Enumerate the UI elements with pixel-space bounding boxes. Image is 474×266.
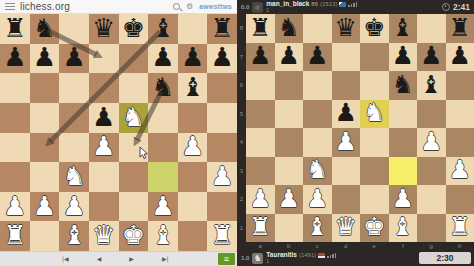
- black-rook-a8: ♜: [249, 15, 271, 42]
- top-player-flag-icon: [339, 2, 346, 7]
- square-f3[interactable]: [389, 157, 418, 186]
- file-label-g: g: [417, 243, 446, 249]
- square-h2[interactable]: [207, 192, 237, 222]
- square-e5[interactable]: ♞: [119, 103, 149, 133]
- square-b4[interactable]: [275, 128, 304, 157]
- square-f4[interactable]: [148, 133, 178, 163]
- black-pawn-c7: ♟: [62, 44, 85, 72]
- top-player-score: 0.0: [241, 4, 249, 10]
- white-rook-h1: ♜: [211, 222, 234, 250]
- black-rook-h8: ♜: [449, 15, 471, 42]
- square-c1[interactable]: ♝: [59, 221, 89, 251]
- square-e2[interactable]: [360, 185, 389, 214]
- rank-label-7: 7: [237, 43, 246, 72]
- square-e3[interactable]: [360, 157, 389, 186]
- square-h3[interactable]: ♟: [446, 157, 474, 186]
- bottom-player-score: 1.0: [241, 255, 249, 261]
- square-f2[interactable]: ♟: [148, 192, 178, 222]
- square-e8[interactable]: ♚: [360, 14, 389, 43]
- black-pawn-b7: ♟: [278, 43, 300, 70]
- bottom-player-clock: 2:30: [419, 252, 471, 264]
- square-c5[interactable]: [59, 103, 89, 133]
- square-h4[interactable]: [446, 128, 474, 157]
- rank-label-4: 4: [237, 128, 246, 157]
- black-pawn-f7: ♟: [392, 43, 414, 70]
- prev-move-button[interactable]: ◀: [97, 256, 102, 262]
- square-f6[interactable]: ♞: [148, 73, 178, 103]
- black-knight-f6: ♞: [151, 74, 174, 102]
- white-pawn-c2: ♟: [306, 186, 328, 213]
- square-d4[interactable]: ♟: [332, 128, 361, 157]
- white-pawn-a2: ♟: [3, 193, 26, 221]
- square-a6[interactable]: [0, 73, 30, 103]
- rank-label-6: 6: [237, 71, 246, 100]
- square-a1[interactable]: ♜: [246, 214, 275, 243]
- square-d5[interactable]: ♟: [89, 103, 119, 133]
- white-bishop-c1: ♝: [306, 214, 328, 241]
- square-h6[interactable]: [207, 73, 237, 103]
- file-label-a: a: [246, 243, 275, 249]
- site-title[interactable]: lichess.org: [20, 1, 70, 12]
- square-c2[interactable]: ♟: [303, 185, 332, 214]
- file-label-b: b: [275, 243, 304, 249]
- square-f2[interactable]: ♟: [389, 185, 418, 214]
- black-rook-h8: ♜: [211, 15, 234, 43]
- square-f5[interactable]: [389, 100, 418, 129]
- square-g6[interactable]: ♝: [178, 73, 208, 103]
- bottom-player-name[interactable]: Tauranitis: [266, 252, 297, 259]
- bottom-player-info: Tauranitis (1491) 1: [266, 252, 336, 265]
- square-b1[interactable]: [30, 221, 60, 251]
- square-b8[interactable]: ♞: [275, 14, 304, 43]
- white-rook-h1: ♜: [449, 214, 471, 241]
- square-g2[interactable]: [178, 192, 208, 222]
- square-b6[interactable]: [30, 73, 60, 103]
- left-chess-board: ♜♞♛♚♝♜♟♟♟♟♟♟♞♝♟♞♟♟♞♟♟♟♟♟♜♝♛♚♝♜: [0, 14, 237, 251]
- bottom-player-subtext: 1: [266, 259, 336, 264]
- live-game-panel: 0.0 man_in_black 86 (1513) 1 2:41 876543…: [237, 0, 474, 266]
- top-player-name[interactable]: man_in_black: [266, 1, 309, 8]
- square-g8[interactable]: [178, 14, 208, 44]
- square-e4[interactable]: [119, 133, 149, 163]
- top-player-bar: 0.0 man_in_black 86 (1513) 1 2:41: [237, 0, 474, 14]
- black-rook-a8: ♜: [3, 15, 26, 43]
- black-pawn-a7: ♟: [3, 44, 26, 72]
- top-player-rating: (1513): [320, 1, 337, 7]
- white-queen-d1: ♛: [335, 214, 357, 241]
- square-a1[interactable]: ♜: [0, 221, 30, 251]
- square-d2[interactable]: [332, 185, 361, 214]
- black-pawn-h7: ♟: [211, 44, 234, 72]
- square-c7[interactable]: ♟: [59, 44, 89, 74]
- rank-label-8: 8: [237, 14, 246, 43]
- hamburger-menu-icon[interactable]: [5, 3, 15, 11]
- square-f8[interactable]: ♝: [389, 14, 418, 43]
- square-d7[interactable]: [89, 44, 119, 74]
- square-h8[interactable]: ♜: [446, 14, 474, 43]
- square-a7[interactable]: ♟: [0, 44, 30, 74]
- game-board-area: 87654321 ♜♞♛♚♝♜♟♟♟♟♟♟♞♝♟♞♟♟♞♟♟♟♟♟♜♝♛♚♝♜: [237, 14, 474, 242]
- replay-controls-bar: |◀ ◀ ▶ ▶| ≡: [0, 251, 237, 266]
- white-pawn-c2: ♟: [62, 193, 85, 221]
- square-h5[interactable]: [207, 103, 237, 133]
- square-e5[interactable]: ♞: [360, 100, 389, 129]
- white-queen-d1: ♛: [92, 222, 115, 250]
- square-c3[interactable]: ♞: [303, 157, 332, 186]
- black-pawn-c7: ♟: [306, 43, 328, 70]
- square-g4[interactable]: ♟: [417, 128, 446, 157]
- square-c5[interactable]: [303, 100, 332, 129]
- square-g1[interactable]: [178, 221, 208, 251]
- black-king-e8: ♚: [363, 15, 385, 42]
- lichess-panel: lichess.org ⚙ awwsttws ♜♞♛♚♝♜♟♟♟♟♟♟♞♝♟♞♟…: [0, 0, 237, 266]
- square-d5[interactable]: ♟: [332, 100, 361, 129]
- white-king-e1: ♚: [363, 214, 385, 241]
- square-c8[interactable]: [303, 14, 332, 43]
- top-player-name-suffix: 86: [311, 1, 318, 7]
- black-bishop-f8: ♝: [392, 15, 414, 42]
- square-a3[interactable]: [246, 157, 275, 186]
- square-h4[interactable]: [207, 133, 237, 163]
- square-d6[interactable]: [89, 73, 119, 103]
- horse-avatar-icon: ♞: [254, 254, 262, 263]
- top-player-clock: 2:41: [453, 2, 470, 12]
- white-rook-a1: ♜: [3, 222, 26, 250]
- white-pawn-f2: ♟: [151, 193, 174, 221]
- square-d4[interactable]: ♟: [89, 133, 119, 163]
- black-pawn-d5: ♟: [92, 104, 115, 132]
- white-king-e1: ♚: [122, 222, 145, 250]
- black-queen-d8: ♛: [92, 15, 115, 43]
- rank-label-2: 2: [237, 185, 246, 214]
- white-pawn-b2: ♟: [278, 186, 300, 213]
- black-knight-b8: ♞: [33, 15, 56, 43]
- bottom-player-rating: (1491): [299, 252, 316, 258]
- white-pawn-g4: ♟: [420, 129, 442, 156]
- square-b2[interactable]: ♟: [275, 185, 304, 214]
- square-c8[interactable]: [59, 14, 89, 44]
- square-g1[interactable]: [417, 214, 446, 243]
- square-a3[interactable]: [0, 162, 30, 192]
- white-pawn-g4: ♟: [181, 133, 204, 161]
- square-h1[interactable]: ♜: [446, 214, 474, 243]
- white-pawn-a2: ♟: [249, 186, 271, 213]
- square-a4[interactable]: [246, 128, 275, 157]
- file-labels: abcdefgh: [237, 242, 474, 250]
- white-rook-a1: ♜: [249, 214, 271, 241]
- black-pawn-a7: ♟: [249, 43, 271, 70]
- square-e7[interactable]: [119, 44, 149, 74]
- square-e8[interactable]: ♚: [119, 14, 149, 44]
- square-c7[interactable]: ♟: [303, 43, 332, 72]
- white-pawn-h3: ♟: [211, 163, 234, 191]
- square-e6[interactable]: [119, 73, 149, 103]
- black-queen-d8: ♛: [335, 15, 357, 42]
- black-pawn-h7: ♟: [449, 43, 471, 70]
- clock-icon: [442, 3, 450, 11]
- top-player-avatar[interactable]: [252, 2, 263, 13]
- black-bishop-f8: ♝: [151, 15, 174, 43]
- square-h5[interactable]: [446, 100, 474, 129]
- square-a6[interactable]: [246, 71, 275, 100]
- white-knight-e5: ♞: [122, 104, 145, 132]
- next-move-button[interactable]: ▶: [129, 256, 134, 262]
- square-b7[interactable]: ♟: [275, 43, 304, 72]
- rank-label-3: 3: [237, 157, 246, 186]
- square-d8[interactable]: ♛: [332, 14, 361, 43]
- square-d7[interactable]: [332, 43, 361, 72]
- square-b2[interactable]: ♟: [30, 192, 60, 222]
- square-e2[interactable]: [119, 192, 149, 222]
- top-player-connection-icon: [348, 2, 357, 7]
- black-knight-b8: ♞: [278, 15, 300, 42]
- square-e1[interactable]: ♚: [119, 221, 149, 251]
- square-f7[interactable]: ♟: [389, 43, 418, 72]
- square-e4[interactable]: [360, 128, 389, 157]
- square-b1[interactable]: [275, 214, 304, 243]
- app: lichess.org ⚙ awwsttws ♜♞♛♚♝♜♟♟♟♟♟♟♞♝♟♞♟…: [0, 0, 474, 266]
- right-chess-board: ♜♞♛♚♝♜♟♟♟♟♟♟♞♝♟♞♟♟♞♟♟♟♟♟♜♝♛♚♝♜: [246, 14, 474, 242]
- square-b5[interactable]: [30, 103, 60, 133]
- square-g3[interactable]: [178, 162, 208, 192]
- square-d2[interactable]: [89, 192, 119, 222]
- gear-icon[interactable]: ⚙: [186, 3, 193, 11]
- square-e3[interactable]: [119, 162, 149, 192]
- square-h2[interactable]: [446, 185, 474, 214]
- white-pawn-f2: ♟: [392, 186, 414, 213]
- square-g4[interactable]: ♟: [178, 133, 208, 163]
- square-c6[interactable]: [303, 71, 332, 100]
- square-c4[interactable]: [303, 128, 332, 157]
- square-f4[interactable]: [389, 128, 418, 157]
- analysis-board-wrap: ♜♞♛♚♝♜♟♟♟♟♟♟♞♝♟♞♟♟♞♟♟♟♟♟♜♝♛♚♝♜: [0, 14, 237, 251]
- square-f5[interactable]: [148, 103, 178, 133]
- square-g6[interactable]: ♝: [417, 71, 446, 100]
- square-a5[interactable]: [0, 103, 30, 133]
- square-d3[interactable]: [89, 162, 119, 192]
- white-pawn-d4: ♟: [92, 133, 115, 161]
- square-d1[interactable]: ♛: [332, 214, 361, 243]
- white-pawn-h3: ♟: [449, 157, 471, 184]
- black-bishop-g6: ♝: [420, 72, 442, 99]
- top-player-info: man_in_black 86 (1513) 1: [266, 1, 357, 14]
- square-a4[interactable]: [0, 133, 30, 163]
- square-e1[interactable]: ♚: [360, 214, 389, 243]
- square-e6[interactable]: [360, 71, 389, 100]
- square-f3[interactable]: [148, 162, 178, 192]
- username-link[interactable]: awwsttws: [199, 3, 232, 10]
- square-g7[interactable]: ♟: [178, 44, 208, 74]
- top-player-subtext: 1: [266, 8, 357, 13]
- square-a8[interactable]: ♜: [246, 14, 275, 43]
- square-a8[interactable]: ♜: [0, 14, 30, 44]
- square-e7[interactable]: [360, 43, 389, 72]
- white-pawn-b2: ♟: [33, 193, 56, 221]
- square-b3[interactable]: [30, 162, 60, 192]
- bottom-player-connection-icon: [327, 253, 336, 258]
- white-bishop-c1: ♝: [62, 222, 85, 250]
- white-knight-c3: ♞: [62, 163, 85, 191]
- white-knight-e5: ♞: [363, 100, 385, 127]
- black-pawn-g7: ♟: [420, 43, 442, 70]
- square-a2[interactable]: ♟: [0, 192, 30, 222]
- file-label-e: e: [360, 243, 389, 249]
- rank-label-5: 5: [237, 100, 246, 129]
- black-pawn-b7: ♟: [33, 44, 56, 72]
- square-f7[interactable]: ♟: [148, 44, 178, 74]
- square-a5[interactable]: [246, 100, 275, 129]
- square-g2[interactable]: [417, 185, 446, 214]
- square-h1[interactable]: ♜: [207, 221, 237, 251]
- square-b7[interactable]: ♟: [30, 44, 60, 74]
- square-f1[interactable]: ♝: [389, 214, 418, 243]
- file-label-c: c: [303, 243, 332, 249]
- square-b3[interactable]: [275, 157, 304, 186]
- square-b6[interactable]: [275, 71, 304, 100]
- search-icon[interactable]: [173, 3, 180, 10]
- black-pawn-g7: ♟: [181, 44, 204, 72]
- square-a2[interactable]: ♟: [246, 185, 275, 214]
- bottom-player-avatar[interactable]: ♞: [252, 253, 263, 264]
- square-a7[interactable]: ♟: [246, 43, 275, 72]
- board-menu-button[interactable]: ≡: [218, 253, 235, 265]
- square-h7[interactable]: ♟: [207, 44, 237, 74]
- square-f8[interactable]: ♝: [148, 14, 178, 44]
- last-move-button[interactable]: ▶|: [162, 256, 169, 262]
- square-c4[interactable]: [59, 133, 89, 163]
- square-h8[interactable]: ♜: [207, 14, 237, 44]
- square-f6[interactable]: ♞: [389, 71, 418, 100]
- rank-labels: 87654321: [237, 14, 246, 242]
- black-knight-f6: ♞: [392, 72, 414, 99]
- square-c3[interactable]: ♞: [59, 162, 89, 192]
- file-label-f: f: [389, 243, 418, 249]
- square-d3[interactable]: [332, 157, 361, 186]
- square-h3[interactable]: ♟: [207, 162, 237, 192]
- black-king-e8: ♚: [122, 15, 145, 43]
- square-h7[interactable]: ♟: [446, 43, 474, 72]
- first-move-button[interactable]: |◀: [62, 256, 69, 262]
- square-b8[interactable]: ♞: [30, 14, 60, 44]
- white-bishop-f1: ♝: [392, 214, 414, 241]
- rank-label-1: 1: [237, 214, 246, 243]
- square-g5[interactable]: [417, 100, 446, 129]
- file-label-d: d: [332, 243, 361, 249]
- lichess-header: lichess.org ⚙ awwsttws: [0, 0, 237, 14]
- black-pawn-d5: ♟: [335, 100, 357, 127]
- square-d1[interactable]: ♛: [89, 221, 119, 251]
- white-bishop-f1: ♝: [151, 222, 174, 250]
- square-f1[interactable]: ♝: [148, 221, 178, 251]
- bottom-player-flag-icon: [318, 253, 325, 258]
- file-label-h: h: [446, 243, 474, 249]
- square-c2[interactable]: ♟: [59, 192, 89, 222]
- square-b5[interactable]: [275, 100, 304, 129]
- black-pawn-f7: ♟: [151, 44, 174, 72]
- bottom-player-bar: 1.0 ♞ Tauranitis (1491) 1 2:30: [237, 250, 474, 266]
- square-g7[interactable]: ♟: [417, 43, 446, 72]
- square-c6[interactable]: [59, 73, 89, 103]
- square-c1[interactable]: ♝: [303, 214, 332, 243]
- square-h6[interactable]: [446, 71, 474, 100]
- square-d8[interactable]: ♛: [89, 14, 119, 44]
- square-b4[interactable]: [30, 133, 60, 163]
- square-g3[interactable]: [417, 157, 446, 186]
- white-knight-c3: ♞: [306, 157, 328, 184]
- square-g5[interactable]: [178, 103, 208, 133]
- square-g8[interactable]: [417, 14, 446, 43]
- black-bishop-g6: ♝: [181, 74, 204, 102]
- square-d6[interactable]: [332, 71, 361, 100]
- white-pawn-d4: ♟: [335, 129, 357, 156]
